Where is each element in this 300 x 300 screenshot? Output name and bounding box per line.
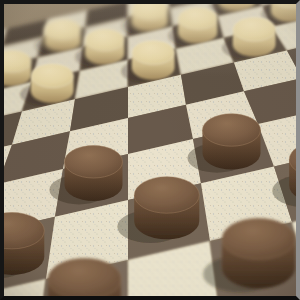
- top-haze-overlay: [4, 4, 296, 296]
- checkers-board-photo: [4, 4, 296, 296]
- photo-frame: [0, 0, 300, 300]
